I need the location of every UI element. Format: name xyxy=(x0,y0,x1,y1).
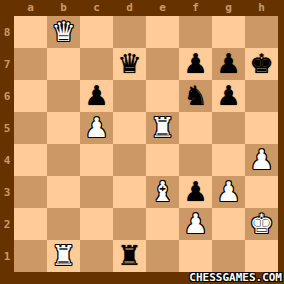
black-pawn[interactable]: ♟ xyxy=(183,176,207,208)
square-f1[interactable] xyxy=(179,240,212,272)
white-rook[interactable]: ♜ xyxy=(51,240,75,272)
square-a3[interactable] xyxy=(14,176,47,208)
file-label-d: d xyxy=(113,0,146,16)
square-f7[interactable]: ♟ xyxy=(179,48,212,80)
square-g8[interactable] xyxy=(212,16,245,48)
square-e1[interactable] xyxy=(146,240,179,272)
square-f6[interactable]: ♞ xyxy=(179,80,212,112)
white-pawn[interactable]: ♟ xyxy=(183,208,207,240)
square-d4[interactable] xyxy=(113,144,146,176)
black-pawn[interactable]: ♟ xyxy=(216,48,240,80)
file-label-f: f xyxy=(179,0,212,16)
square-e4[interactable] xyxy=(146,144,179,176)
black-king[interactable]: ♚ xyxy=(249,48,273,80)
square-c5[interactable]: ♟ xyxy=(80,112,113,144)
square-g3[interactable]: ♟ xyxy=(212,176,245,208)
square-b2[interactable] xyxy=(47,208,80,240)
square-e7[interactable] xyxy=(146,48,179,80)
square-b4[interactable] xyxy=(47,144,80,176)
square-c8[interactable] xyxy=(80,16,113,48)
square-d1[interactable]: ♜ xyxy=(113,240,146,272)
square-c4[interactable] xyxy=(80,144,113,176)
square-h2[interactable]: ♚ xyxy=(245,208,278,240)
black-knight[interactable]: ♞ xyxy=(183,80,207,112)
square-a6[interactable] xyxy=(14,80,47,112)
square-a8[interactable] xyxy=(14,16,47,48)
square-e5[interactable]: ♜ xyxy=(146,112,179,144)
file-label-a: a xyxy=(14,0,47,16)
square-h3[interactable] xyxy=(245,176,278,208)
square-g7[interactable]: ♟ xyxy=(212,48,245,80)
white-pawn[interactable]: ♟ xyxy=(216,176,240,208)
square-g2[interactable] xyxy=(212,208,245,240)
square-e8[interactable] xyxy=(146,16,179,48)
square-b7[interactable] xyxy=(47,48,80,80)
footer: CHESSGAMES.COM xyxy=(189,272,282,284)
black-queen[interactable]: ♛ xyxy=(117,48,141,80)
file-labels: a b c d e f g h xyxy=(14,0,278,16)
square-h8[interactable] xyxy=(245,16,278,48)
file-label-b: b xyxy=(47,0,80,16)
rank-label-4: 4 xyxy=(0,144,14,176)
square-a4[interactable] xyxy=(14,144,47,176)
square-a5[interactable] xyxy=(14,112,47,144)
square-a2[interactable] xyxy=(14,208,47,240)
white-pawn[interactable]: ♟ xyxy=(84,112,108,144)
white-rook[interactable]: ♜ xyxy=(150,112,174,144)
square-b1[interactable]: ♜ xyxy=(47,240,80,272)
file-label-g: g xyxy=(212,0,245,16)
black-pawn[interactable]: ♟ xyxy=(216,80,240,112)
white-queen[interactable]: ♛ xyxy=(51,16,75,48)
square-f8[interactable] xyxy=(179,16,212,48)
square-h5[interactable] xyxy=(245,112,278,144)
square-b6[interactable] xyxy=(47,80,80,112)
file-label-c: c xyxy=(80,0,113,16)
square-g5[interactable] xyxy=(212,112,245,144)
square-a1[interactable] xyxy=(14,240,47,272)
square-c1[interactable] xyxy=(80,240,113,272)
rank-label-7: 7 xyxy=(0,48,14,80)
square-b5[interactable] xyxy=(47,112,80,144)
black-pawn[interactable]: ♟ xyxy=(84,80,108,112)
square-b3[interactable] xyxy=(47,176,80,208)
square-a7[interactable] xyxy=(14,48,47,80)
square-d3[interactable] xyxy=(113,176,146,208)
square-f5[interactable] xyxy=(179,112,212,144)
square-g6[interactable]: ♟ xyxy=(212,80,245,112)
square-d6[interactable] xyxy=(113,80,146,112)
rank-label-3: 3 xyxy=(0,176,14,208)
square-c2[interactable] xyxy=(80,208,113,240)
square-h6[interactable] xyxy=(245,80,278,112)
square-d7[interactable]: ♛ xyxy=(113,48,146,80)
square-c3[interactable] xyxy=(80,176,113,208)
rank-label-2: 2 xyxy=(0,208,14,240)
chessgames-branding: CHESSGAMES.COM xyxy=(189,272,282,284)
square-g4[interactable] xyxy=(212,144,245,176)
rank-label-8: 8 xyxy=(0,16,14,48)
black-rook[interactable]: ♜ xyxy=(117,240,141,272)
chess-diagram: a b c d e f g h 8 7 6 5 4 3 2 1 ♛♛♟♟♚♟♞♟… xyxy=(0,0,284,284)
square-h4[interactable]: ♟ xyxy=(245,144,278,176)
white-pawn[interactable]: ♟ xyxy=(249,144,273,176)
square-f3[interactable]: ♟ xyxy=(179,176,212,208)
square-c7[interactable] xyxy=(80,48,113,80)
square-e3[interactable]: ♝ xyxy=(146,176,179,208)
square-c6[interactable]: ♟ xyxy=(80,80,113,112)
square-e6[interactable] xyxy=(146,80,179,112)
rank-label-5: 5 xyxy=(0,112,14,144)
chess-board: ♛♛♟♟♚♟♞♟♟♜♟♝♟♟♟♚♜♜ xyxy=(14,16,278,272)
square-h1[interactable] xyxy=(245,240,278,272)
square-e2[interactable] xyxy=(146,208,179,240)
file-label-h: h xyxy=(245,0,278,16)
black-pawn[interactable]: ♟ xyxy=(183,48,207,80)
white-king[interactable]: ♚ xyxy=(249,208,273,240)
rank-labels: 8 7 6 5 4 3 2 1 xyxy=(0,16,14,272)
square-d2[interactable] xyxy=(113,208,146,240)
square-d5[interactable] xyxy=(113,112,146,144)
square-b8[interactable]: ♛ xyxy=(47,16,80,48)
square-d8[interactable] xyxy=(113,16,146,48)
square-f4[interactable] xyxy=(179,144,212,176)
rank-label-6: 6 xyxy=(0,80,14,112)
square-h7[interactable]: ♚ xyxy=(245,48,278,80)
rank-label-1: 1 xyxy=(0,240,14,272)
white-bishop[interactable]: ♝ xyxy=(150,176,174,208)
square-f2[interactable]: ♟ xyxy=(179,208,212,240)
file-label-e: e xyxy=(146,0,179,16)
square-g1[interactable] xyxy=(212,240,245,272)
